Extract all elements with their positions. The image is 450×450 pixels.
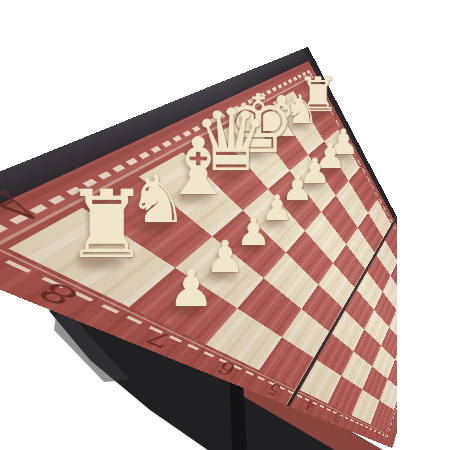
- product-photo: 876543A ♜♞♝♚♟♟♛♟♝♟♟♞♟♜♟♟: [0, 0, 450, 450]
- background-mask: [397, 0, 450, 450]
